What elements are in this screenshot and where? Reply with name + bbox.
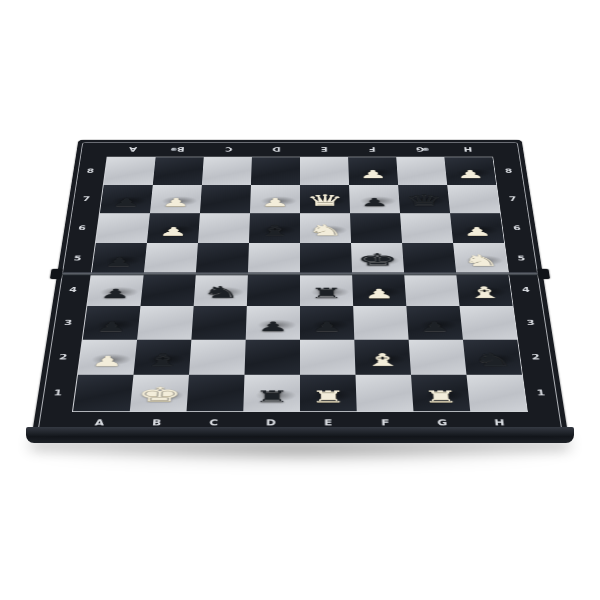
black-king-glyph: ♚ (356, 251, 398, 268)
square-h2[interactable] (463, 340, 522, 375)
square-c8[interactable] (202, 157, 252, 184)
square-g1[interactable] (411, 375, 470, 412)
square-e5[interactable] (300, 243, 352, 274)
square-a1[interactable] (73, 375, 133, 412)
square-d8[interactable] (251, 157, 300, 184)
black-pawn-glyph: ♟ (360, 197, 389, 208)
square-e2[interactable] (300, 340, 355, 375)
square-b2[interactable] (134, 340, 192, 375)
black-pawn-glyph: ♟ (111, 197, 141, 208)
rank-label-8-right: 8 (505, 168, 514, 175)
square-h3[interactable] (460, 306, 518, 340)
square-d4[interactable] (247, 274, 300, 306)
file-label-a-far: A (128, 146, 138, 153)
rank-label-4-left: 4 (69, 286, 79, 294)
square-d3[interactable] (246, 306, 300, 340)
square-b1[interactable] (130, 375, 189, 412)
file-label-b-far: B (176, 146, 185, 153)
black-queen-glyph: ♛ (404, 193, 444, 208)
piece-white-queen-e7[interactable]: ♛ (300, 185, 350, 214)
rank-label-4-right: 4 (521, 286, 531, 294)
square-e3[interactable] (300, 306, 354, 340)
square-a2[interactable] (78, 340, 137, 375)
square-f6[interactable] (350, 213, 402, 243)
rank-label-3-right: 3 (526, 319, 536, 327)
rank-label-8-left: 8 (86, 168, 95, 175)
piece-white-pawn-b7[interactable]: ♟ (150, 185, 202, 214)
rank-label-5-left: 5 (73, 254, 83, 262)
square-g3[interactable] (406, 306, 463, 340)
square-f2[interactable] (354, 340, 411, 375)
square-g6[interactable] (400, 213, 453, 243)
square-c3[interactable] (191, 306, 246, 340)
square-b4[interactable] (140, 274, 195, 306)
white-pawn-glyph: ♟ (462, 226, 493, 238)
white-queen-glyph: ♛ (305, 193, 344, 208)
hinge-right (537, 269, 550, 279)
piece-white-pawn-d7[interactable]: ♟ (250, 185, 300, 214)
square-c7[interactable] (200, 185, 251, 214)
chess-board: AABBCCDDEEFFGGHH8877665544332211 ♟♟♛♟♟♛♟… (32, 140, 569, 437)
hinge-left (50, 269, 63, 279)
square-d1[interactable] (243, 375, 300, 412)
file-label-c-far: C (224, 146, 233, 153)
board-shadow (15, 438, 585, 464)
black-bishop-glyph: ♝ (257, 223, 293, 237)
square-g8[interactable] (396, 157, 447, 184)
rank-label-6-right: 6 (513, 224, 523, 231)
square-g2[interactable] (409, 340, 467, 375)
square-c1[interactable] (187, 375, 245, 412)
square-c5[interactable] (196, 243, 249, 274)
piece-black-king-f5[interactable]: ♚ (351, 243, 404, 274)
rank-label-2-right: 2 (531, 353, 541, 362)
rank-label-1-right: 1 (536, 388, 547, 397)
square-c6[interactable] (198, 213, 250, 243)
square-b3[interactable] (137, 306, 194, 340)
square-g5[interactable] (402, 243, 456, 274)
piece-black-pawn-a7[interactable]: ♟ (100, 185, 153, 214)
piece-white-pawn-f8[interactable]: ♟ (348, 157, 398, 184)
piece-white-pawn-b6[interactable]: ♟ (147, 213, 200, 243)
board-3d-scene: AABBCCDDEEFFGGHH8877665544332211 ♟♟♛♟♟♛♟… (0, 0, 600, 600)
white-pawn-glyph: ♟ (158, 226, 188, 238)
white-pawn-glyph: ♟ (161, 197, 191, 208)
piece-black-queen-g7[interactable]: ♛ (398, 185, 450, 214)
black-pawn-glyph: ♟ (103, 256, 134, 268)
square-g4[interactable] (404, 274, 459, 306)
piece-white-knight-e6[interactable]: ♞ (300, 213, 351, 243)
file-label-d-far: D (271, 146, 280, 153)
piece-black-pawn-a5[interactable]: ♟ (92, 243, 147, 274)
piece-black-bishop-d6[interactable]: ♝ (249, 213, 300, 243)
square-b5[interactable] (144, 243, 198, 274)
square-a6[interactable] (96, 213, 150, 243)
rank-label-3-left: 3 (64, 319, 74, 327)
piece-white-pawn-h6[interactable]: ♟ (450, 213, 504, 243)
piece-white-knight-h5[interactable]: ♞ (453, 243, 508, 274)
file-label-h-far: H (462, 146, 472, 153)
product-photo-stage: AABBCCDDEEFFGGHH8877665544332211 ♟♟♛♟♟♛♟… (0, 0, 600, 600)
white-pawn-glyph: ♟ (261, 197, 290, 208)
square-a3[interactable] (83, 306, 141, 340)
file-label-g-far: G (415, 146, 425, 153)
rank-label-2-left: 2 (59, 353, 69, 362)
square-d5[interactable] (248, 243, 300, 274)
square-f3[interactable] (353, 306, 408, 340)
square-d2[interactable] (245, 340, 300, 375)
square-e1[interactable] (300, 375, 357, 412)
square-a8[interactable] (104, 157, 156, 184)
rank-label-7-left: 7 (82, 195, 91, 202)
rank-label-1-left: 1 (53, 388, 64, 397)
square-e8[interactable] (300, 157, 349, 184)
white-knight-glyph: ♞ (461, 253, 501, 269)
piece-black-pawn-f7[interactable]: ♟ (349, 185, 400, 214)
square-b8[interactable] (153, 157, 204, 184)
file-label-e-far: E (320, 146, 328, 153)
square-h7[interactable] (447, 185, 500, 214)
white-pawn-glyph: ♟ (359, 169, 388, 180)
file-label-f-far: F (368, 146, 376, 153)
square-h1[interactable] (466, 375, 526, 412)
white-pawn-glyph: ♟ (456, 169, 485, 180)
square-f1[interactable] (355, 375, 413, 412)
rank-label-7-right: 7 (509, 195, 518, 202)
rank-label-5-right: 5 (517, 254, 527, 262)
white-knight-glyph: ♞ (307, 223, 345, 238)
square-c2[interactable] (189, 340, 246, 375)
piece-white-pawn-h8[interactable]: ♟ (444, 157, 496, 184)
rank-label-6-left: 6 (78, 224, 88, 231)
